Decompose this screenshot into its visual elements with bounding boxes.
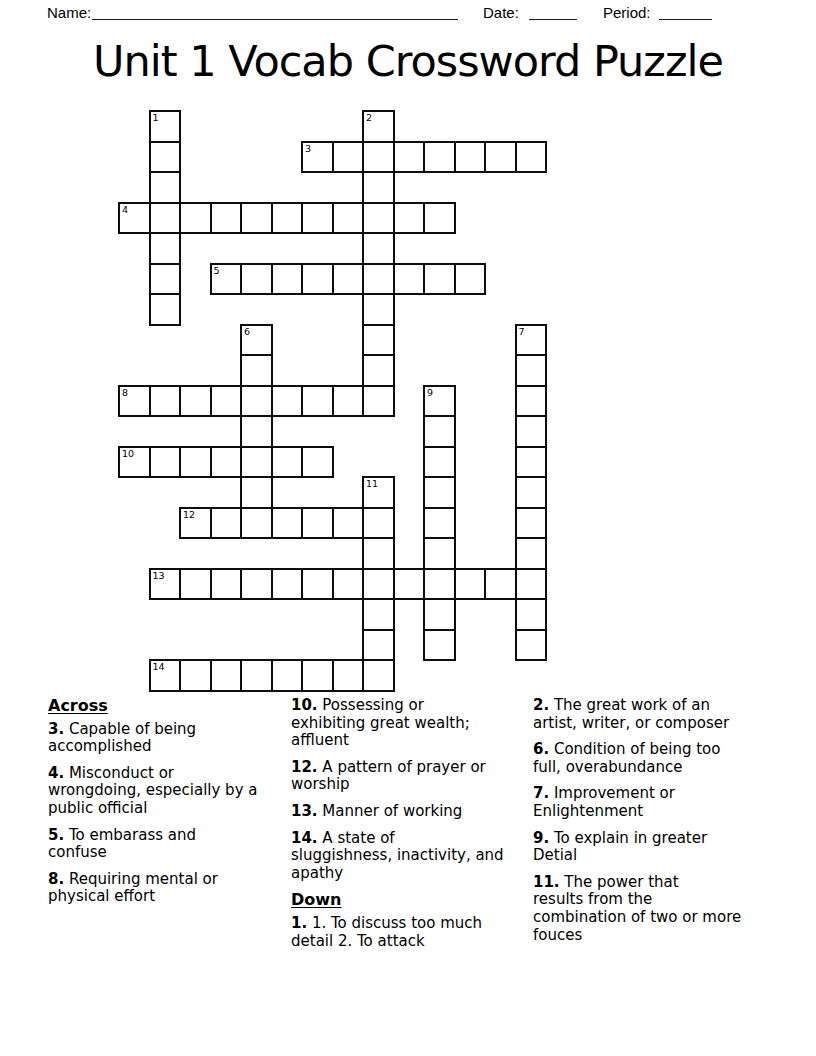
grid-cell-r7c13[interactable]: 7 — [515, 324, 548, 357]
grid-cell-r3c9[interactable] — [393, 202, 426, 235]
crossword-worksheet: Name: Date: Period: Unit 1 Vocab Crosswo… — [0, 0, 816, 1056]
grid-cell-r2c8[interactable] — [362, 171, 395, 204]
grid-cell-r9c0[interactable]: 8 — [118, 385, 151, 418]
grid-cell-r9c13[interactable] — [515, 385, 548, 418]
grid-cell-r1c8[interactable] — [362, 141, 395, 174]
grid-cell-r4c8[interactable] — [362, 232, 395, 265]
grid-cell-r17c10[interactable] — [423, 629, 456, 662]
grid-cell-r11c10[interactable] — [423, 446, 456, 479]
across-clue-text-12: A pattern of prayer or worship — [291, 758, 486, 794]
grid-cell-r7c8[interactable] — [362, 324, 395, 357]
grid-cell-r1c1[interactable] — [149, 141, 182, 174]
across-clue-number-12: 12. — [291, 758, 318, 776]
grid-cell-r5c4[interactable] — [240, 263, 273, 296]
across-clue-12: 12. A pattern of prayer or worship — [291, 759, 523, 794]
grid-cell-r1c9[interactable] — [393, 141, 426, 174]
grid-cell-r13c3[interactable] — [210, 507, 243, 540]
down-clue-number-2: 2. — [533, 696, 549, 714]
grid-cell-r8c4[interactable] — [240, 354, 273, 387]
down-clue-7: 7. Improvement or Enlightenment — [533, 785, 777, 820]
period-label: Period: — [603, 4, 651, 21]
grid-cell-r11c5[interactable] — [271, 446, 304, 479]
grid-cell-r15c3[interactable] — [210, 568, 243, 601]
grid-cell-r15c11[interactable] — [454, 568, 487, 601]
cell-number-1: 1 — [153, 112, 159, 123]
grid-cell-r15c6[interactable] — [301, 568, 334, 601]
grid-cell-r15c4[interactable] — [240, 568, 273, 601]
cell-number-5: 5 — [214, 265, 220, 276]
down-clue-2: 2. The great work of an artist, writer, … — [533, 697, 777, 732]
grid-cell-r5c11[interactable] — [454, 263, 487, 296]
grid-cell-r1c13[interactable] — [515, 141, 548, 174]
across-clue-text-3: Capable of being accomplished — [48, 720, 196, 756]
cell-number-7: 7 — [519, 326, 525, 337]
cell-number-6: 6 — [244, 326, 250, 337]
grid-cell-r1c6[interactable]: 3 — [301, 141, 334, 174]
across-clue-4: 4. Misconduct or wrongdoing, especially … — [48, 765, 272, 818]
grid-cell-r15c8[interactable] — [362, 568, 395, 601]
cell-number-8: 8 — [122, 387, 128, 398]
grid-cell-r10c4[interactable] — [240, 415, 273, 448]
across-clue-text-4: Misconduct or wrongdoing, especially by … — [48, 764, 257, 817]
grid-cell-r6c8[interactable] — [362, 293, 395, 326]
grid-cell-r5c10[interactable] — [423, 263, 456, 296]
cell-number-12: 12 — [183, 509, 195, 520]
grid-cell-r15c5[interactable] — [271, 568, 304, 601]
across-clue-text-13: Manner of working — [318, 802, 463, 820]
grid-cell-r9c1[interactable] — [149, 385, 182, 418]
grid-cell-r18c4[interactable] — [240, 659, 273, 692]
grid-cell-r13c2[interactable]: 12 — [179, 507, 212, 540]
grid-cell-r6c1[interactable] — [149, 293, 182, 326]
down-clue-text-9: To explain in greater Detial — [533, 829, 707, 865]
grid-cell-r14c10[interactable] — [423, 537, 456, 570]
grid-cell-r13c5[interactable] — [271, 507, 304, 540]
across-clue-10: 10. Possessing or exhibiting great wealt… — [291, 697, 523, 750]
grid-cell-r18c3[interactable] — [210, 659, 243, 692]
cell-number-9: 9 — [427, 387, 433, 398]
period-input-line[interactable] — [659, 19, 712, 20]
cell-number-2: 2 — [366, 112, 372, 123]
grid-cell-r14c8[interactable] — [362, 537, 395, 570]
across-clue-8: 8. Requiring mental or physical effort — [48, 871, 272, 906]
grid-cell-r17c8[interactable] — [362, 629, 395, 662]
cell-number-13: 13 — [153, 570, 165, 581]
cell-number-4: 4 — [122, 204, 128, 215]
grid-cell-r3c7[interactable] — [332, 202, 365, 235]
down-clue-9: 9. To explain in greater Detial — [533, 830, 777, 865]
grid-cell-r9c4[interactable] — [240, 385, 273, 418]
grid-cell-r9c3[interactable] — [210, 385, 243, 418]
grid-cell-r13c13[interactable] — [515, 507, 548, 540]
grid-cell-r9c8[interactable] — [362, 385, 395, 418]
grid-cell-r15c13[interactable] — [515, 568, 548, 601]
down-heading: Down — [291, 891, 523, 909]
grid-cell-r5c8[interactable] — [362, 263, 395, 296]
down-clue-number-7: 7. — [533, 784, 549, 802]
grid-cell-r3c8[interactable] — [362, 202, 395, 235]
grid-cell-r9c2[interactable] — [179, 385, 212, 418]
grid-cell-r12c8[interactable]: 11 — [362, 476, 395, 509]
grid-cell-r1c7[interactable] — [332, 141, 365, 174]
grid-cell-r5c6[interactable] — [301, 263, 334, 296]
down-clue-text-2: The great work of an artist, writer, or … — [533, 696, 729, 732]
grid-cell-r18c1[interactable]: 14 — [149, 659, 182, 692]
grid-cell-r15c10[interactable] — [423, 568, 456, 601]
grid-cell-r13c10[interactable] — [423, 507, 456, 540]
down-clue-number-1: 1. — [291, 914, 307, 932]
grid-cell-r5c5[interactable] — [271, 263, 304, 296]
grid-cell-r11c2[interactable] — [179, 446, 212, 479]
grid-cell-r11c3[interactable] — [210, 446, 243, 479]
down-clue-text-1: 1. To discuss too much detail 2. To atta… — [291, 914, 482, 950]
grid-cell-r9c7[interactable] — [332, 385, 365, 418]
cell-number-10: 10 — [122, 448, 134, 459]
cell-number-14: 14 — [153, 661, 165, 672]
grid-cell-r15c12[interactable] — [484, 568, 517, 601]
grid-cell-r13c4[interactable] — [240, 507, 273, 540]
across-clue-number-10: 10. — [291, 696, 318, 714]
grid-cell-r17c13[interactable] — [515, 629, 548, 662]
grid-cell-r15c9[interactable] — [393, 568, 426, 601]
grid-cell-r8c8[interactable] — [362, 354, 395, 387]
grid-cell-r3c10[interactable] — [423, 202, 456, 235]
across-clue-number-4: 4. — [48, 764, 64, 782]
down-clue-1: 1. 1. To discuss too much detail 2. To a… — [291, 915, 523, 950]
down-clue-number-6: 6. — [533, 740, 549, 758]
grid-cell-r13c8[interactable] — [362, 507, 395, 540]
grid-cell-r18c6[interactable] — [301, 659, 334, 692]
grid-cell-r11c0[interactable]: 10 — [118, 446, 151, 479]
grid-cell-r15c2[interactable] — [179, 568, 212, 601]
down-clue-text-7: Improvement or Enlightenment — [533, 784, 675, 820]
across-clue-13: 13. Manner of working — [291, 803, 523, 821]
grid-cell-r1c11[interactable] — [454, 141, 487, 174]
grid-cell-r16c10[interactable] — [423, 598, 456, 631]
down-clue-number-11: 11. — [533, 873, 560, 891]
grid-cell-r3c2[interactable] — [179, 202, 212, 235]
across-clue-3: 3. Capable of being accomplished — [48, 721, 272, 756]
grid-cell-r3c0[interactable]: 4 — [118, 202, 151, 235]
date-input-line[interactable] — [529, 19, 577, 20]
grid-cell-r3c4[interactable] — [240, 202, 273, 235]
page-title: Unit 1 Vocab Crossword Puzzle — [0, 36, 816, 86]
grid-cell-r1c10[interactable] — [423, 141, 456, 174]
down-clue-text-11: The power that results from the combinat… — [533, 873, 741, 944]
grid-cell-r9c5[interactable] — [271, 385, 304, 418]
grid-cell-r8c13[interactable] — [515, 354, 548, 387]
grid-cell-r5c7[interactable] — [332, 263, 365, 296]
grid-cell-r12c4[interactable] — [240, 476, 273, 509]
down-clue-text-6: Condition of being too full, overabundan… — [533, 740, 720, 776]
across-clue-number-14: 14. — [291, 829, 318, 847]
grid-cell-r5c1[interactable] — [149, 263, 182, 296]
grid-cell-r5c9[interactable] — [393, 263, 426, 296]
grid-cell-r18c7[interactable] — [332, 659, 365, 692]
grid-cell-r9c6[interactable] — [301, 385, 334, 418]
name-label: Name: — [47, 4, 91, 21]
across-clue-14: 14. A state of sluggishness, inactivity,… — [291, 830, 523, 883]
name-input-line[interactable] — [92, 19, 458, 20]
clue-column-across: Across3. Capable of being accomplished4.… — [48, 697, 272, 915]
across-clue-number-3: 3. — [48, 720, 64, 738]
across-clue-text-8: Requiring mental or physical effort — [48, 870, 218, 906]
grid-cell-r18c2[interactable] — [179, 659, 212, 692]
grid-cell-r16c13[interactable] — [515, 598, 548, 631]
grid-cell-r18c8[interactable] — [362, 659, 395, 692]
grid-cell-r5c3[interactable]: 5 — [210, 263, 243, 296]
grid-cell-r11c4[interactable] — [240, 446, 273, 479]
across-clue-number-13: 13. — [291, 802, 318, 820]
cell-number-11: 11 — [366, 478, 378, 489]
grid-cell-r14c13[interactable] — [515, 537, 548, 570]
grid-cell-r3c5[interactable] — [271, 202, 304, 235]
grid-cell-r15c1[interactable]: 13 — [149, 568, 182, 601]
date-label: Date: — [483, 4, 519, 21]
cell-number-3: 3 — [305, 143, 311, 154]
grid-cell-r18c5[interactable] — [271, 659, 304, 692]
grid-cell-r11c13[interactable] — [515, 446, 548, 479]
grid-cell-r3c6[interactable] — [301, 202, 334, 235]
down-clue-6: 6. Condition of being too full, overabun… — [533, 741, 777, 776]
grid-cell-r3c1[interactable] — [149, 202, 182, 235]
down-clue-11: 11. The power that results from the comb… — [533, 874, 777, 944]
grid-cell-r10c10[interactable] — [423, 415, 456, 448]
grid-cell-r11c6[interactable] — [301, 446, 334, 479]
grid-cell-r2c1[interactable] — [149, 171, 182, 204]
across-clue-number-8: 8. — [48, 870, 64, 888]
grid-cell-r1c12[interactable] — [484, 141, 517, 174]
grid-cell-r12c13[interactable] — [515, 476, 548, 509]
across-clue-number-5: 5. — [48, 826, 64, 844]
clue-column-down: 2. The great work of an artist, writer, … — [533, 697, 777, 953]
grid-cell-r0c8[interactable]: 2 — [362, 110, 395, 143]
across-heading: Across — [48, 697, 272, 715]
across-clue-text-10: Possessing or exhibiting great wealth; a… — [291, 696, 470, 749]
grid-cell-r13c6[interactable] — [301, 507, 334, 540]
grid-cell-r15c7[interactable] — [332, 568, 365, 601]
grid-cell-r9c10[interactable]: 9 — [423, 385, 456, 418]
grid-cell-r0c1[interactable]: 1 — [149, 110, 182, 143]
grid-cell-r11c1[interactable] — [149, 446, 182, 479]
grid-cell-r7c4[interactable]: 6 — [240, 324, 273, 357]
grid-cell-r10c13[interactable] — [515, 415, 548, 448]
down-clue-number-9: 9. — [533, 829, 549, 847]
crossword-grid: 1234567891011121314 — [118, 110, 549, 693]
grid-cell-r3c3[interactable] — [210, 202, 243, 235]
grid-cell-r12c10[interactable] — [423, 476, 456, 509]
across-clue-text-5: To embarass and confuse — [48, 826, 196, 862]
across-clue-text-14: A state of sluggishness, inactivity, and… — [291, 829, 504, 882]
grid-cell-r16c8[interactable] — [362, 598, 395, 631]
grid-cell-r4c1[interactable] — [149, 232, 182, 265]
clue-column-middle: 10. Possessing or exhibiting great wealt… — [291, 697, 523, 959]
across-clue-5: 5. To embarass and confuse — [48, 827, 272, 862]
grid-cell-r13c7[interactable] — [332, 507, 365, 540]
